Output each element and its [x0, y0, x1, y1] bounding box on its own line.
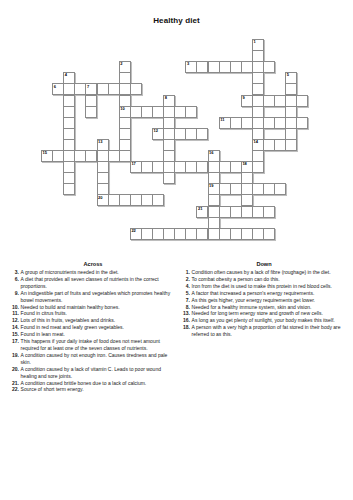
clue-text: A condition caused by not enough iron. C…: [21, 352, 177, 366]
clue-number: 14.: [9, 324, 19, 331]
clue-number: 17.: [9, 338, 19, 352]
clue-number: 10.: [9, 304, 19, 311]
clue-number: 16.: [180, 317, 190, 324]
clue-number: 15.: [9, 331, 19, 338]
clue-text: Found in citrus fruits.: [21, 310, 177, 317]
clue-number: 12.: [9, 317, 19, 324]
cell-number: 1: [253, 40, 255, 44]
clue-item: 5.A factor that increased a person's ene…: [180, 290, 348, 297]
cell-number: 7: [87, 85, 89, 89]
clue-text: Needed to build and maintain healthy bon…: [21, 304, 177, 311]
grid-cell[interactable]: [296, 95, 308, 107]
cell-number: 11: [220, 118, 224, 122]
clue-item: 10.Needed to build and maintain healthy …: [9, 304, 177, 311]
clue-number: 18.: [180, 324, 190, 338]
clue-item: 8.Needed for a healthy immune system, sk…: [180, 304, 348, 311]
crossword-grid: 12345678910111213141516171819202122: [41, 39, 309, 240]
cell-number: 2: [120, 62, 122, 66]
clue-item: 2.To combat obesity a person can do this…: [180, 276, 348, 283]
clue-text: A diet that provides all seven classes o…: [21, 276, 177, 290]
cell-number: 6: [54, 85, 56, 89]
cell-number: 22: [131, 229, 135, 233]
cell-number: 21: [198, 207, 202, 211]
clue-item: 22.Source of short term energy.: [9, 386, 177, 393]
clue-number: 4.: [180, 283, 190, 290]
clue-item: 17.This happens if your daily intake of …: [9, 338, 177, 352]
worksheet: Healthy diet 123456789101112131415161718…: [0, 0, 353, 500]
grid-cell[interactable]: [63, 183, 75, 195]
grid-cell[interactable]: [85, 106, 97, 118]
grid-cell[interactable]: [263, 228, 275, 240]
clue-item: 15.Found in lean meat.: [9, 331, 177, 338]
clue-item: 3.A group of micronutrients needed in th…: [9, 269, 177, 276]
grid-cell[interactable]: [196, 128, 208, 140]
cell-number: 20: [98, 196, 102, 200]
clue-text: A condition caused brittle bones due to …: [21, 380, 177, 387]
clue-item: 12.Lots of this in fruits, vegetables an…: [9, 317, 177, 324]
clue-item: 7.As this gets higher, your energy requi…: [180, 297, 348, 304]
clue-number: 7.: [180, 297, 190, 304]
clue-number: 22.: [9, 386, 19, 393]
clue-text: Lots of this in fruits, vegetables and d…: [21, 317, 177, 324]
cell-number: 10: [120, 107, 124, 111]
clue-text: Found in lean meat.: [21, 331, 177, 338]
clue-number: 2.: [180, 276, 190, 283]
clue-text: Source of short term energy.: [21, 386, 177, 393]
clue-item: 13.Needed for long term energy store and…: [180, 310, 348, 317]
grid-cell[interactable]: [285, 139, 297, 151]
cell-number: 4: [65, 73, 67, 77]
grid-cell[interactable]: [296, 117, 308, 129]
clue-item: 16.As long as you get plenty of sunlight…: [180, 317, 348, 324]
clue-text: A person with a very high a proportion o…: [192, 324, 348, 338]
cell-number: 15: [43, 151, 47, 155]
cell-number: 14: [253, 140, 257, 144]
grid-cell[interactable]: [263, 61, 275, 73]
clue-number: 3.: [9, 269, 19, 276]
clue-item: 18.A person with a very high a proportio…: [180, 324, 348, 338]
clue-text: Condition often causes by a lack of fibr…: [192, 269, 348, 276]
cell-number: 17: [131, 162, 135, 166]
clue-text: A condition caused by a lack of vitamin …: [21, 366, 177, 380]
grid-cell[interactable]: [274, 183, 286, 195]
clue-text: To combat obesity a person can do this.: [192, 276, 348, 283]
clue-text: As long as you get plenty of sunlight, y…: [192, 317, 348, 324]
cell-number: 13: [98, 140, 102, 144]
clue-number: 13.: [180, 310, 190, 317]
down-clue-column: Down 1.Condition often causes by a lack …: [180, 261, 348, 393]
cell-number: 9: [242, 96, 244, 100]
cell-number: 18: [242, 162, 246, 166]
down-header: Down: [180, 261, 348, 267]
grid-cell[interactable]: [130, 83, 142, 95]
clue-text: This happens if your daily intake of foo…: [21, 338, 177, 352]
cell-number: 16: [209, 151, 213, 155]
clue-number: 5.: [180, 290, 190, 297]
clue-item: 21.A condition caused brittle bones due …: [9, 380, 177, 387]
clue-number: 21.: [9, 380, 19, 387]
clue-text: Needed for long term energy store and gr…: [192, 310, 348, 317]
cell-number: 3: [187, 62, 189, 66]
clue-number: 1.: [180, 269, 190, 276]
cell-number: 19: [209, 184, 213, 188]
clue-item: 14.Found in red meat and leafy green veg…: [9, 324, 177, 331]
clue-text: Found in red meat and leafy green vegeta…: [21, 324, 177, 331]
clue-section: Across 3.A group of micronutrients neede…: [9, 261, 348, 393]
puzzle-title: Healthy diet: [0, 16, 353, 25]
clue-item: 9.An indigestible part of fruits and veg…: [9, 290, 177, 304]
cell-number: 5: [287, 73, 289, 77]
across-clue-list: 3.A group of micronutrients needed in th…: [9, 269, 177, 393]
clue-item: 1.Condition often causes by a lack of fi…: [180, 269, 348, 276]
cell-number: 12: [154, 129, 158, 133]
down-clue-list: 1.Condition often causes by a lack of fi…: [180, 269, 348, 338]
clue-number: 6.: [9, 276, 19, 290]
clue-number: 8.: [180, 304, 190, 311]
grid-cell[interactable]: [185, 106, 197, 118]
clue-item: 20.A condition caused by a lack of vitam…: [9, 366, 177, 380]
clue-text: As this gets higher, your energy require…: [192, 297, 348, 304]
grid-cell[interactable]: [152, 194, 164, 206]
clue-item: 19.A condition caused by not enough iron…: [9, 352, 177, 366]
clue-text: Needed for a healthy immune system, skin…: [192, 304, 348, 311]
across-header: Across: [9, 261, 177, 267]
clue-item: 4.Iron from the diet is used to make thi…: [180, 283, 348, 290]
clue-number: 11.: [9, 310, 19, 317]
clue-number: 9.: [9, 290, 19, 304]
clue-text: A factor that increased a person's energ…: [192, 290, 348, 297]
clue-item: 11.Found in citrus fruits.: [9, 310, 177, 317]
clue-number: 20.: [9, 366, 19, 380]
grid-cell[interactable]: [263, 206, 275, 218]
grid-cell[interactable]: [252, 161, 264, 173]
grid-cell[interactable]: [163, 172, 175, 184]
across-clue-column: Across 3.A group of micronutrients neede…: [9, 261, 177, 393]
clue-text: A group of micronutrients needed in the …: [21, 269, 177, 276]
clue-number: 19.: [9, 352, 19, 366]
clue-text: Iron from the diet is used to make this …: [192, 283, 348, 290]
cell-number: 8: [165, 96, 167, 100]
clue-text: An indigestible part of fruits and veget…: [21, 290, 177, 304]
clue-item: 6.A diet that provides all seven classes…: [9, 276, 177, 290]
